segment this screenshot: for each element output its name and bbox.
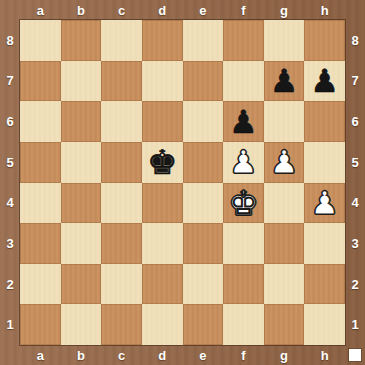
square-d3[interactable] (142, 223, 183, 264)
square-d1[interactable] (142, 304, 183, 345)
black-king[interactable]: ♚ (147, 145, 177, 179)
square-c1[interactable] (101, 304, 142, 345)
square-g6[interactable] (264, 101, 305, 142)
square-f4[interactable]: ♚ (223, 183, 264, 224)
square-e6[interactable] (183, 101, 224, 142)
square-b7[interactable] (61, 61, 102, 102)
square-e8[interactable] (183, 20, 224, 61)
square-a4[interactable] (20, 183, 61, 224)
square-c7[interactable] (101, 61, 142, 102)
white-to-move-indicator (349, 349, 361, 361)
file-label-c: c (101, 0, 142, 20)
square-f1[interactable] (223, 304, 264, 345)
square-e5[interactable] (183, 142, 224, 183)
square-c2[interactable] (101, 264, 142, 305)
square-b5[interactable] (61, 142, 102, 183)
square-a3[interactable] (20, 223, 61, 264)
white-pawn[interactable]: ♟ (229, 146, 258, 178)
rank-label-3: 3 (345, 223, 365, 264)
square-f2[interactable] (223, 264, 264, 305)
file-label-d: d (142, 0, 183, 20)
square-g2[interactable] (264, 264, 305, 305)
file-label-d: d (142, 345, 183, 365)
square-d4[interactable] (142, 183, 183, 224)
square-h4[interactable]: ♟ (304, 183, 345, 224)
square-g7[interactable]: ♟ (264, 61, 305, 102)
square-e4[interactable] (183, 183, 224, 224)
square-f5[interactable]: ♟ (223, 142, 264, 183)
square-g8[interactable] (264, 20, 305, 61)
black-pawn[interactable]: ♟ (270, 65, 299, 97)
square-b8[interactable] (61, 20, 102, 61)
rank-label-2: 2 (345, 264, 365, 305)
square-h8[interactable] (304, 20, 345, 61)
square-g5[interactable]: ♟ (264, 142, 305, 183)
rank-label-8: 8 (345, 20, 365, 61)
square-h3[interactable] (304, 223, 345, 264)
file-label-a: a (20, 0, 61, 20)
rank-label-1: 1 (0, 304, 20, 345)
square-b6[interactable] (61, 101, 102, 142)
square-b1[interactable] (61, 304, 102, 345)
file-label-a: a (20, 345, 61, 365)
white-king[interactable]: ♚ (228, 186, 258, 220)
rank-labels-right: 87654321 (345, 20, 365, 345)
rank-label-3: 3 (0, 223, 20, 264)
rank-label-4: 4 (345, 183, 365, 224)
file-label-f: f (223, 0, 264, 20)
file-label-b: b (61, 345, 102, 365)
file-label-g: g (264, 0, 305, 20)
square-f8[interactable] (223, 20, 264, 61)
file-label-g: g (264, 345, 305, 365)
square-a8[interactable] (20, 20, 61, 61)
square-b2[interactable] (61, 264, 102, 305)
white-pawn[interactable]: ♟ (310, 187, 339, 219)
file-label-h: h (304, 345, 345, 365)
square-h6[interactable] (304, 101, 345, 142)
rank-label-7: 7 (345, 61, 365, 102)
rank-label-5: 5 (345, 142, 365, 183)
square-h7[interactable]: ♟ (304, 61, 345, 102)
square-d8[interactable] (142, 20, 183, 61)
rank-label-1: 1 (345, 304, 365, 345)
square-b3[interactable] (61, 223, 102, 264)
file-label-b: b (61, 0, 102, 20)
square-c6[interactable] (101, 101, 142, 142)
square-a7[interactable] (20, 61, 61, 102)
square-h1[interactable] (304, 304, 345, 345)
rank-label-2: 2 (0, 264, 20, 305)
square-g1[interactable] (264, 304, 305, 345)
square-f7[interactable] (223, 61, 264, 102)
square-d2[interactable] (142, 264, 183, 305)
black-pawn[interactable]: ♟ (310, 65, 339, 97)
board-squares: ♟♟♟♚♟♟♚♟ (20, 20, 345, 345)
square-a5[interactable] (20, 142, 61, 183)
square-f6[interactable]: ♟ (223, 101, 264, 142)
file-label-e: e (183, 0, 224, 20)
black-pawn[interactable]: ♟ (229, 106, 258, 138)
square-a2[interactable] (20, 264, 61, 305)
square-c5[interactable] (101, 142, 142, 183)
square-e2[interactable] (183, 264, 224, 305)
white-pawn[interactable]: ♟ (270, 146, 299, 178)
square-e3[interactable] (183, 223, 224, 264)
file-label-c: c (101, 345, 142, 365)
rank-label-5: 5 (0, 142, 20, 183)
file-label-f: f (223, 345, 264, 365)
square-a1[interactable] (20, 304, 61, 345)
rank-label-4: 4 (0, 183, 20, 224)
square-c4[interactable] (101, 183, 142, 224)
file-labels-bottom: abcdefgh (20, 345, 345, 365)
rank-label-6: 6 (0, 101, 20, 142)
rank-labels-left: 87654321 (0, 20, 20, 345)
square-d6[interactable] (142, 101, 183, 142)
file-label-h: h (304, 0, 345, 20)
square-g4[interactable] (264, 183, 305, 224)
square-h2[interactable] (304, 264, 345, 305)
square-f3[interactable] (223, 223, 264, 264)
square-b4[interactable] (61, 183, 102, 224)
rank-label-6: 6 (345, 101, 365, 142)
file-label-e: e (183, 345, 224, 365)
rank-label-7: 7 (0, 61, 20, 102)
square-d5[interactable]: ♚ (142, 142, 183, 183)
square-a6[interactable] (20, 101, 61, 142)
chess-board: abcdefgh abcdefgh 87654321 87654321 ♟♟♟♚… (0, 0, 365, 365)
square-e7[interactable] (183, 61, 224, 102)
file-labels-top: abcdefgh (20, 0, 345, 20)
square-e1[interactable] (183, 304, 224, 345)
square-c3[interactable] (101, 223, 142, 264)
square-d7[interactable] (142, 61, 183, 102)
square-h5[interactable] (304, 142, 345, 183)
rank-label-8: 8 (0, 20, 20, 61)
square-g3[interactable] (264, 223, 305, 264)
square-c8[interactable] (101, 20, 142, 61)
